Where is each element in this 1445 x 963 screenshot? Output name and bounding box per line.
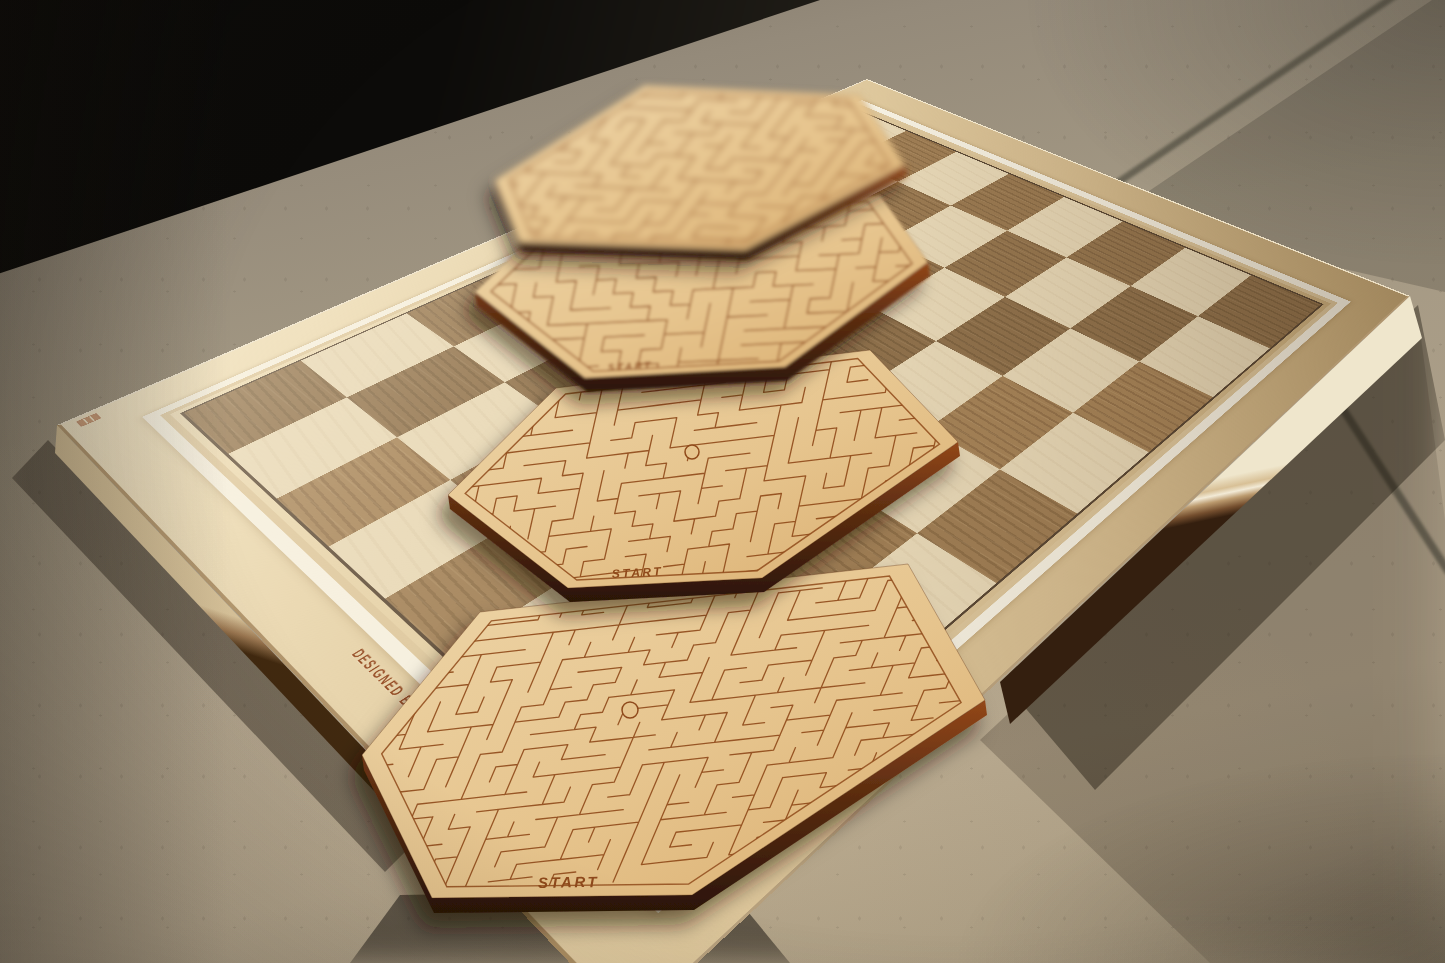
start-label: START xyxy=(538,873,599,891)
start-label: START xyxy=(611,564,663,581)
maze-goal-circle xyxy=(685,445,699,459)
start-label: START xyxy=(608,360,653,373)
maze-tile-face xyxy=(362,564,985,898)
maze-tile-face xyxy=(448,350,958,588)
maze-goal-circle xyxy=(622,702,638,718)
maze-tiles-layer: START START START xyxy=(0,0,1445,963)
scene-photo: DESIGNED BY JA xyxy=(0,0,1445,963)
